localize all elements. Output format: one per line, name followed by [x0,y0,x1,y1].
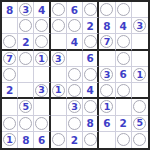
cell-r9c3[interactable]: 6 [34,132,50,148]
odd-circle [117,3,130,16]
cell-r2c6[interactable]: 2 [83,18,99,34]
cell-r5c9[interactable]: 1 [132,67,148,83]
cell-r3c7[interactable]: 7 [99,34,115,50]
odd-circle [117,84,130,97]
cell-r3c5[interactable]: 4 [67,34,83,50]
odd-circle [19,117,32,130]
cell-r2c8[interactable]: 4 [116,18,132,34]
cell-r3c8[interactable] [116,34,132,50]
odd-circle [3,117,16,130]
odd-circle: 1 [133,68,146,81]
cell-r4c4[interactable]: 3 [51,51,67,67]
cell-r7c3[interactable] [34,99,50,115]
odd-circle [35,35,48,48]
odd-circle [117,35,130,48]
cell-r3c4[interactable] [51,34,67,50]
cell-r8c2[interactable] [18,116,34,132]
cell-r2c9[interactable]: 3 [132,18,148,34]
cell-r9c7[interactable] [99,132,115,148]
cell-r6c3[interactable]: 3 [34,83,50,99]
cell-r9c9[interactable] [132,132,148,148]
odd-circle: 1 [100,100,113,113]
cell-r5c7[interactable]: 3 [99,67,115,83]
cell-r8c3[interactable] [34,116,50,132]
cell-r7c2[interactable]: 5 [18,99,34,115]
odd-circle: 1 [35,52,48,65]
cell-r1c4[interactable] [51,2,67,18]
cell-r5c4[interactable] [51,67,67,83]
cell-r7c7[interactable]: 1 [99,99,115,115]
odd-circle: 1 [3,133,16,146]
odd-circle [52,3,65,16]
cell-r2c2[interactable] [18,18,34,34]
cell-r1c1[interactable]: 8 [2,2,18,18]
odd-circle: 5 [19,100,32,113]
cell-r1c9[interactable] [132,2,148,18]
cell-r1c6[interactable] [83,2,99,18]
cell-r8c1[interactable] [2,116,18,132]
odd-circle: 5 [133,117,146,130]
odd-circle [117,133,130,146]
cell-r3c2[interactable]: 2 [18,34,34,50]
cell-r6c7[interactable] [99,83,115,99]
odd-circle [84,35,97,48]
cell-r8c4[interactable] [51,116,67,132]
odd-circle [35,117,48,130]
cell-r5c5[interactable] [67,67,83,83]
cell-r1c2[interactable]: 3 [18,2,34,18]
cell-r9c6[interactable] [83,132,99,148]
cell-r9c2[interactable]: 8 [18,132,34,148]
cell-r6c2[interactable] [18,83,34,99]
cell-r4c1[interactable]: 7 [2,51,18,67]
cell-r2c4[interactable] [51,18,67,34]
cell-r7c9[interactable] [132,99,148,115]
cell-r6c5[interactable] [67,83,83,99]
cell-r7c8[interactable] [116,99,132,115]
cell-r9c5[interactable]: 2 [67,132,83,148]
cell-r1c3[interactable]: 4 [34,2,50,18]
cell-r9c1[interactable]: 1 [2,132,18,148]
odd-circle [84,100,97,113]
odd-circle: 3 [133,19,146,32]
cell-r4c2[interactable] [18,51,34,67]
odd-circle [84,133,97,146]
cell-r7c5[interactable]: 3 [67,99,83,115]
odd-circle [3,68,16,81]
sudoku-board: 834628432477136361231453186251862 [0,0,150,150]
odd-circle [133,100,146,113]
cell-r3c1[interactable] [2,34,18,50]
cell-r2c3[interactable] [34,18,50,34]
cell-r5c6[interactable] [83,67,99,83]
cell-r6c8[interactable] [116,83,132,99]
cell-r5c1[interactable] [2,67,18,83]
cell-r8c9[interactable]: 5 [132,116,148,132]
odd-circle: 3 [68,100,81,113]
odd-circle [35,19,48,32]
cell-r5c3[interactable] [34,67,50,83]
cell-r1c8[interactable] [116,2,132,18]
odd-circle: 1 [52,84,65,97]
odd-circle: 3 [100,68,113,81]
cell-r3c9[interactable] [132,34,148,50]
odd-circle [19,52,32,65]
odd-circle: 3 [52,52,65,65]
cell-r4c8[interactable] [116,51,132,67]
odd-circle [100,3,113,16]
cell-r4c6[interactable]: 6 [83,51,99,67]
cell-r6c9[interactable] [132,83,148,99]
cell-r7c6[interactable] [83,99,99,115]
cell-r9c4[interactable] [51,132,67,148]
cell-r6c6[interactable]: 4 [83,83,99,99]
odd-circle [117,52,130,65]
cell-r7c1[interactable] [2,99,18,115]
odd-circle: 3 [35,84,48,97]
cell-r6c4[interactable]: 1 [51,83,67,99]
cell-r5c2[interactable] [18,67,34,83]
cell-r4c3[interactable]: 1 [34,51,50,67]
cell-r3c6[interactable] [83,34,99,50]
cell-r4c5[interactable] [67,51,83,67]
cell-r4c7[interactable] [99,51,115,67]
odd-circle [84,3,97,16]
odd-circle [133,133,146,146]
cell-r8c6[interactable]: 8 [83,116,99,132]
cell-r9c8[interactable] [116,132,132,148]
odd-circle [68,19,81,32]
odd-circle [3,35,16,48]
cell-r1c7[interactable] [99,2,115,18]
cell-r3c3[interactable] [34,34,50,50]
cell-r7c4[interactable] [51,99,67,115]
odd-circle [84,68,97,81]
cell-r8c7[interactable]: 6 [99,116,115,132]
cell-r2c7[interactable]: 8 [99,18,115,34]
odd-circle [19,19,32,32]
cell-r5c8[interactable]: 6 [116,67,132,83]
cell-r8c8[interactable]: 2 [116,116,132,132]
odd-circle: 3 [19,3,32,16]
odd-circle [52,133,65,146]
odd-circle [68,117,81,130]
odd-circle [68,68,81,81]
odd-circle: 7 [3,52,16,65]
cell-r8c5[interactable] [67,116,83,132]
odd-circle [52,19,65,32]
cell-r1c5[interactable]: 6 [67,2,83,18]
cell-r2c1[interactable] [2,18,18,34]
odd-circle: 7 [100,35,113,48]
odd-circle [68,84,81,97]
odd-circle [100,84,113,97]
cell-r6c1[interactable]: 2 [2,83,18,99]
cell-r2c5[interactable] [67,18,83,34]
cell-r4c9[interactable] [132,51,148,67]
